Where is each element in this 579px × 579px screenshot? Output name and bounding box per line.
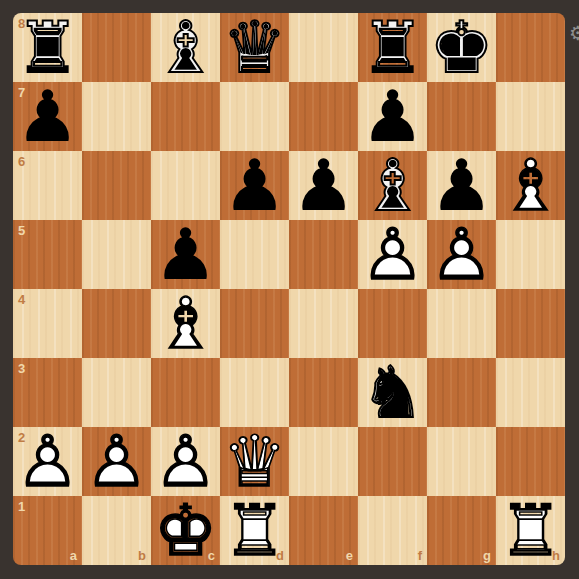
white-rook[interactable]: ♜♖♜ <box>496 496 565 565</box>
white-pawn[interactable]: ♟♙♟ <box>427 220 496 289</box>
square-b2[interactable]: ♟♙♟ <box>82 427 151 496</box>
square-c5[interactable]: ♟ <box>151 220 220 289</box>
square-g6[interactable]: ♟ <box>427 151 496 220</box>
edge-glyph: ♝ <box>151 289 220 358</box>
square-c4[interactable]: ♝♗♝ <box>151 289 220 358</box>
white-bishop[interactable]: ♝♗♝ <box>496 151 565 220</box>
black-queen[interactable]: ♛♕♛ <box>220 13 289 82</box>
edge-glyph: ♚ <box>151 496 220 565</box>
file-label-g: g <box>483 549 491 562</box>
square-d4[interactable] <box>220 289 289 358</box>
square-g4[interactable] <box>427 289 496 358</box>
board-frame: 8♜♖♜♝♗♝♛♕♛♜♖♜♚♔♚7♟♟6♟♟♝♗♝♟♝♗♝5♟♟♙♟♟♙♟4♝♗… <box>0 0 579 579</box>
white-queen[interactable]: ♛♕♛ <box>220 427 289 496</box>
square-h6[interactable]: ♝♗♝ <box>496 151 565 220</box>
square-h1[interactable]: h♜♖♜ <box>496 496 565 565</box>
square-c3[interactable] <box>151 358 220 427</box>
square-h8[interactable] <box>496 13 565 82</box>
square-c7[interactable] <box>151 82 220 151</box>
square-e1[interactable]: e <box>289 496 358 565</box>
rank-label-3: 3 <box>18 362 25 375</box>
edge-glyph: ♟ <box>82 427 151 496</box>
edge-glyph: ♜ <box>496 496 565 565</box>
square-d6[interactable]: ♟ <box>220 151 289 220</box>
edge-glyph: ♝ <box>496 151 565 220</box>
white-king[interactable]: ♚♔♚ <box>151 496 220 565</box>
edge-glyph: ♜ <box>13 13 82 82</box>
square-d7[interactable] <box>220 82 289 151</box>
square-h5[interactable] <box>496 220 565 289</box>
square-e4[interactable] <box>289 289 358 358</box>
chess-board: 8♜♖♜♝♗♝♛♕♛♜♖♜♚♔♚7♟♟6♟♟♝♗♝♟♝♗♝5♟♟♙♟♟♙♟4♝♗… <box>13 13 565 565</box>
square-f2[interactable] <box>358 427 427 496</box>
edge-glyph: ♛ <box>220 13 289 82</box>
square-h3[interactable] <box>496 358 565 427</box>
black-king[interactable]: ♚♔♚ <box>427 13 496 82</box>
fill-glyph: ♟ <box>427 151 496 220</box>
square-b4[interactable] <box>82 289 151 358</box>
file-label-e: e <box>346 549 353 562</box>
square-g7[interactable] <box>427 82 496 151</box>
edge-glyph: ♞ <box>358 358 427 427</box>
square-a5[interactable]: 5 <box>13 220 82 289</box>
fill-glyph: ♟ <box>13 82 82 151</box>
black-bishop[interactable]: ♝♗♝ <box>358 151 427 220</box>
square-f4[interactable] <box>358 289 427 358</box>
fill-glyph: ♟ <box>358 82 427 151</box>
white-pawn[interactable]: ♟♙♟ <box>82 427 151 496</box>
edge-glyph: ♟ <box>358 220 427 289</box>
square-b3[interactable] <box>82 358 151 427</box>
square-e7[interactable] <box>289 82 358 151</box>
square-f5[interactable]: ♟♙♟ <box>358 220 427 289</box>
square-d8[interactable]: ♛♕♛ <box>220 13 289 82</box>
square-a6[interactable]: 6 <box>13 151 82 220</box>
square-a1[interactable]: 1a <box>13 496 82 565</box>
square-e5[interactable] <box>289 220 358 289</box>
settings-gear-icon[interactable]: ⚙ <box>569 23 579 43</box>
edge-glyph: ♟ <box>13 427 82 496</box>
square-d3[interactable] <box>220 358 289 427</box>
white-pawn[interactable]: ♟♙♟ <box>151 427 220 496</box>
edge-glyph: ♟ <box>427 220 496 289</box>
square-f7[interactable]: ♟ <box>358 82 427 151</box>
fill-glyph: ♟ <box>220 151 289 220</box>
square-a4[interactable]: 4 <box>13 289 82 358</box>
rank-label-5: 5 <box>18 224 25 237</box>
square-f8[interactable]: ♜♖♜ <box>358 13 427 82</box>
square-b5[interactable] <box>82 220 151 289</box>
file-label-a: a <box>70 549 77 562</box>
square-a7[interactable]: 7♟ <box>13 82 82 151</box>
square-h4[interactable] <box>496 289 565 358</box>
black-pawn[interactable]: ♟ <box>427 151 496 220</box>
square-a3[interactable]: 3 <box>13 358 82 427</box>
edge-glyph: ♟ <box>151 427 220 496</box>
square-b8[interactable] <box>82 13 151 82</box>
square-e8[interactable] <box>289 13 358 82</box>
black-knight[interactable]: ♞♘♞ <box>358 358 427 427</box>
square-e3[interactable] <box>289 358 358 427</box>
black-pawn[interactable]: ♟ <box>358 82 427 151</box>
square-f6[interactable]: ♝♗♝ <box>358 151 427 220</box>
square-a8[interactable]: 8♜♖♜ <box>13 13 82 82</box>
black-pawn[interactable]: ♟ <box>289 151 358 220</box>
square-b7[interactable] <box>82 82 151 151</box>
white-pawn[interactable]: ♟♙♟ <box>358 220 427 289</box>
edge-glyph: ♜ <box>358 13 427 82</box>
square-e2[interactable] <box>289 427 358 496</box>
edge-glyph: ♝ <box>151 13 220 82</box>
square-g2[interactable] <box>427 427 496 496</box>
edge-glyph: ♛ <box>220 427 289 496</box>
square-f1[interactable]: f <box>358 496 427 565</box>
black-rook[interactable]: ♜♖♜ <box>358 13 427 82</box>
square-e6[interactable]: ♟ <box>289 151 358 220</box>
edge-glyph: ♜ <box>220 496 289 565</box>
fill-glyph: ♟ <box>151 220 220 289</box>
rank-label-4: 4 <box>18 293 25 306</box>
square-c1[interactable]: c♚♔♚ <box>151 496 220 565</box>
black-pawn[interactable]: ♟ <box>151 220 220 289</box>
square-f3[interactable]: ♞♘♞ <box>358 358 427 427</box>
square-g8[interactable]: ♚♔♚ <box>427 13 496 82</box>
black-pawn[interactable]: ♟ <box>220 151 289 220</box>
square-b1[interactable]: b <box>82 496 151 565</box>
file-label-f: f <box>418 549 422 562</box>
square-d1[interactable]: d♜♖♜ <box>220 496 289 565</box>
square-c6[interactable] <box>151 151 220 220</box>
square-h7[interactable] <box>496 82 565 151</box>
white-bishop[interactable]: ♝♗♝ <box>151 289 220 358</box>
square-d2[interactable]: ♛♕♛ <box>220 427 289 496</box>
square-g5[interactable]: ♟♙♟ <box>427 220 496 289</box>
edge-glyph: ♚ <box>427 13 496 82</box>
square-a2[interactable]: 2♟♙♟ <box>13 427 82 496</box>
file-label-b: b <box>138 549 146 562</box>
square-h2[interactable] <box>496 427 565 496</box>
edge-glyph: ♝ <box>358 151 427 220</box>
white-rook[interactable]: ♜♖♜ <box>220 496 289 565</box>
black-pawn[interactable]: ♟ <box>13 82 82 151</box>
black-rook[interactable]: ♜♖♜ <box>13 13 82 82</box>
square-g3[interactable] <box>427 358 496 427</box>
black-bishop[interactable]: ♝♗♝ <box>151 13 220 82</box>
square-b6[interactable] <box>82 151 151 220</box>
fill-glyph: ♟ <box>289 151 358 220</box>
square-c8[interactable]: ♝♗♝ <box>151 13 220 82</box>
square-g1[interactable]: g <box>427 496 496 565</box>
square-d5[interactable] <box>220 220 289 289</box>
square-c2[interactable]: ♟♙♟ <box>151 427 220 496</box>
white-pawn[interactable]: ♟♙♟ <box>13 427 82 496</box>
